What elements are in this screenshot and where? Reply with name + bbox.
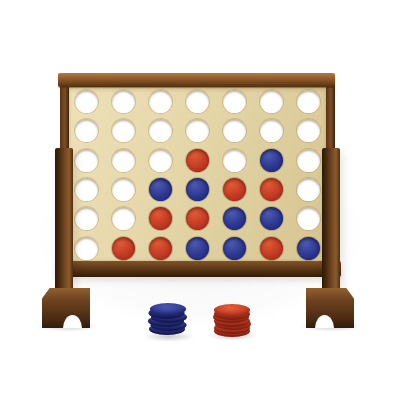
board-cell-r3c2[interactable]	[105, 146, 142, 175]
empty-hole	[223, 90, 246, 113]
red-disc	[112, 237, 135, 260]
board-cell-r6c4[interactable]	[179, 234, 216, 263]
red-disc	[149, 237, 172, 260]
board-cell-r5c5[interactable]	[216, 204, 253, 233]
giant-connect-four-photo	[0, 0, 400, 400]
board-cell-r1c2[interactable]	[105, 87, 142, 116]
empty-hole	[260, 90, 283, 113]
frame-top-rail	[58, 73, 335, 87]
board-cell-r5c1[interactable]	[68, 204, 105, 233]
foot-arch-cutout	[315, 315, 334, 342]
board-cell-r3c6[interactable]	[253, 146, 290, 175]
empty-hole	[297, 207, 320, 230]
board-cell-r4c5[interactable]	[216, 175, 253, 204]
empty-hole	[260, 119, 283, 142]
empty-hole	[186, 90, 209, 113]
frame-right-post	[322, 148, 340, 312]
board-cell-r4c2[interactable]	[105, 175, 142, 204]
empty-hole	[149, 119, 172, 142]
empty-hole	[297, 90, 320, 113]
board-cell-r1c3[interactable]	[142, 87, 179, 116]
empty-hole	[75, 119, 98, 142]
red-disc	[223, 178, 246, 201]
blue-disc	[260, 149, 283, 172]
empty-hole	[112, 178, 135, 201]
board-cell-r1c1[interactable]	[68, 87, 105, 116]
board-cell-r2c4[interactable]	[179, 116, 216, 145]
board-cell-r3c5[interactable]	[216, 146, 253, 175]
empty-hole	[297, 119, 320, 142]
left-foot	[42, 288, 90, 328]
board-cell-r6c1[interactable]	[68, 234, 105, 263]
board-cell-r2c7[interactable]	[290, 116, 327, 145]
red-disc	[260, 237, 283, 260]
empty-hole	[75, 90, 98, 113]
empty-hole	[75, 149, 98, 172]
board-cell-r1c4[interactable]	[179, 87, 216, 116]
board-cell-r5c3[interactable]	[142, 204, 179, 233]
blue-stack-disc[interactable]	[150, 303, 186, 315]
empty-hole	[149, 149, 172, 172]
blue-disc	[260, 207, 283, 230]
blue-disc	[223, 207, 246, 230]
empty-hole	[112, 149, 135, 172]
right-foot	[306, 288, 354, 328]
board-cell-r4c6[interactable]	[253, 175, 290, 204]
empty-hole	[75, 207, 98, 230]
empty-hole	[297, 149, 320, 172]
board-cell-r4c4[interactable]	[179, 175, 216, 204]
board-cell-r5c4[interactable]	[179, 204, 216, 233]
red-disc	[260, 178, 283, 201]
red-disc	[149, 207, 172, 230]
board-cell-r2c6[interactable]	[253, 116, 290, 145]
board-cell-r6c3[interactable]	[142, 234, 179, 263]
blue-disc	[223, 237, 246, 260]
board-cell-r2c2[interactable]	[105, 116, 142, 145]
board-cell-r3c1[interactable]	[68, 146, 105, 175]
board-cell-r1c7[interactable]	[290, 87, 327, 116]
board-cell-r6c2[interactable]	[105, 234, 142, 263]
empty-hole	[149, 90, 172, 113]
board-cell-r1c5[interactable]	[216, 87, 253, 116]
board-cell-r1c6[interactable]	[253, 87, 290, 116]
red-disc	[186, 149, 209, 172]
frame-left-post	[55, 148, 73, 312]
board-cell-r4c3[interactable]	[142, 175, 179, 204]
frame-bottom-rail	[57, 261, 341, 277]
empty-hole	[75, 178, 98, 201]
red-disc-stack[interactable]	[213, 304, 251, 337]
foot-arch-cutout	[63, 315, 82, 342]
board-cell-r4c1[interactable]	[68, 175, 105, 204]
empty-hole	[112, 207, 135, 230]
blue-disc-stack[interactable]	[149, 303, 187, 335]
board-cell-r2c3[interactable]	[142, 116, 179, 145]
blue-disc	[186, 178, 209, 201]
empty-hole	[223, 119, 246, 142]
board-cell-r2c1[interactable]	[68, 116, 105, 145]
blue-disc	[149, 178, 172, 201]
board-cell-r5c2[interactable]	[105, 204, 142, 233]
red-disc	[186, 207, 209, 230]
empty-hole	[223, 149, 246, 172]
board-cell-r6c6[interactable]	[253, 234, 290, 263]
empty-hole	[186, 119, 209, 142]
empty-hole	[297, 178, 320, 201]
board-cell-r3c4[interactable]	[179, 146, 216, 175]
connect-four-board	[68, 87, 327, 263]
red-stack-disc[interactable]	[214, 304, 250, 316]
blue-disc	[186, 237, 209, 260]
board-cell-r2c5[interactable]	[216, 116, 253, 145]
empty-hole	[112, 90, 135, 113]
board-cell-r6c5[interactable]	[216, 234, 253, 263]
blue-disc	[297, 237, 320, 260]
empty-hole	[75, 237, 98, 260]
board-cell-r5c6[interactable]	[253, 204, 290, 233]
board-cell-r3c3[interactable]	[142, 146, 179, 175]
empty-hole	[112, 119, 135, 142]
